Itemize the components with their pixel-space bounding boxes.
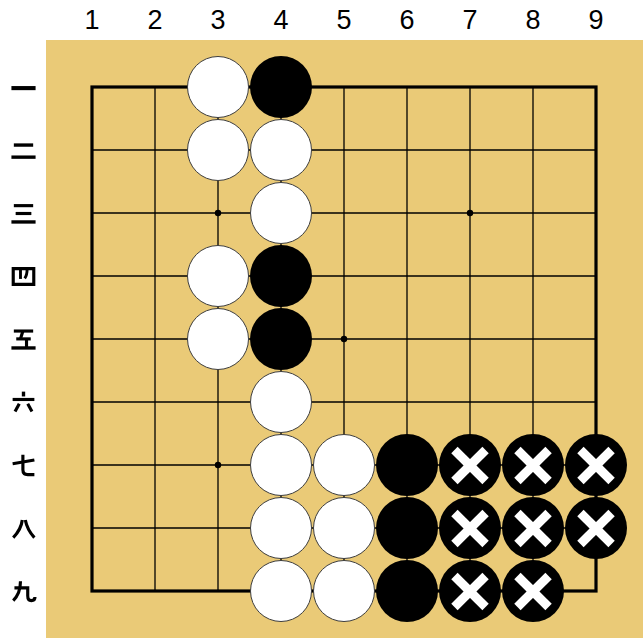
intersection-8-6[interactable] (502, 371, 565, 434)
intersection-9-3[interactable] (565, 182, 628, 245)
row-label-6 (9, 388, 38, 417)
intersection-8-1[interactable] (502, 56, 565, 119)
intersection-4-1[interactable] (250, 56, 313, 119)
column-label-8: 8 (513, 3, 553, 37)
intersection-6-7[interactable] (376, 434, 439, 497)
intersection-2-3[interactable] (124, 182, 187, 245)
marked-black-stone (502, 434, 564, 496)
column-label-1: 1 (72, 3, 112, 37)
intersection-5-4[interactable] (313, 245, 376, 308)
white-stone (250, 560, 312, 622)
intersection-2-7[interactable] (124, 434, 187, 497)
intersection-5-3[interactable] (313, 182, 376, 245)
intersection-9-7[interactable] (565, 434, 628, 497)
marked-black-stone (439, 560, 501, 622)
intersection-4-7[interactable] (250, 434, 313, 497)
intersection-7-7[interactable] (439, 434, 502, 497)
intersection-8-8[interactable] (502, 497, 565, 560)
intersection-1-8[interactable] (61, 497, 124, 560)
column-label-3: 3 (198, 3, 238, 37)
intersection-1-7[interactable] (61, 434, 124, 497)
intersection-3-8[interactable] (187, 497, 250, 560)
row-label-4 (9, 262, 38, 291)
marked-black-stone (565, 434, 627, 496)
intersection-6-4[interactable] (376, 245, 439, 308)
intersection-7-6[interactable] (439, 371, 502, 434)
white-stone (187, 119, 249, 181)
white-stone (250, 434, 312, 496)
intersection-1-3[interactable] (61, 182, 124, 245)
black-stone (250, 56, 312, 118)
intersection-1-1[interactable] (61, 56, 124, 119)
intersection-6-9[interactable] (376, 560, 439, 623)
intersection-2-8[interactable] (124, 497, 187, 560)
intersection-4-6[interactable] (250, 371, 313, 434)
intersection-9-5[interactable] (565, 308, 628, 371)
intersection-2-6[interactable] (124, 371, 187, 434)
x-mark-icon (439, 560, 501, 622)
intersection-4-3[interactable] (250, 182, 313, 245)
intersection-6-1[interactable] (376, 56, 439, 119)
column-label-4: 4 (261, 3, 301, 37)
white-stone (250, 182, 312, 244)
black-stone (376, 434, 438, 496)
intersection-5-1[interactable] (313, 56, 376, 119)
x-mark-icon (502, 434, 564, 496)
intersection-3-1[interactable] (187, 56, 250, 119)
intersection-8-9[interactable] (502, 560, 565, 623)
intersection-3-2[interactable] (187, 119, 250, 182)
intersection-9-1[interactable] (565, 56, 628, 119)
intersection-5-7[interactable] (313, 434, 376, 497)
row-label-7 (9, 451, 38, 480)
x-mark-icon (439, 497, 501, 559)
intersection-1-6[interactable] (61, 371, 124, 434)
row-label-1 (9, 73, 38, 102)
intersection-5-6[interactable] (313, 371, 376, 434)
intersection-3-5[interactable] (187, 308, 250, 371)
black-stone (250, 245, 312, 307)
intersection-5-2[interactable] (313, 119, 376, 182)
intersection-2-5[interactable] (124, 308, 187, 371)
intersection-7-1[interactable] (439, 56, 502, 119)
black-stone (250, 308, 312, 370)
column-label-5: 5 (324, 3, 364, 37)
intersection-2-4[interactable] (124, 245, 187, 308)
intersection-1-4[interactable] (61, 245, 124, 308)
intersection-1-9[interactable] (61, 560, 124, 623)
intersection-8-4[interactable] (502, 245, 565, 308)
white-stone (250, 497, 312, 559)
marked-black-stone (565, 497, 627, 559)
white-stone (187, 308, 249, 370)
marked-black-stone (502, 560, 564, 622)
intersection-4-8[interactable] (250, 497, 313, 560)
black-stone (376, 560, 438, 622)
column-label-6: 6 (387, 3, 427, 37)
row-label-3 (9, 199, 38, 228)
row-label-5 (9, 325, 38, 354)
intersection-7-8[interactable] (439, 497, 502, 560)
intersection-6-6[interactable] (376, 371, 439, 434)
intersection-3-4[interactable] (187, 245, 250, 308)
x-mark-icon (565, 497, 627, 559)
marked-black-stone (439, 434, 501, 496)
intersection-9-4[interactable] (565, 245, 628, 308)
intersection-4-2[interactable] (250, 119, 313, 182)
white-stone (250, 119, 312, 181)
intersection-6-3[interactable] (376, 182, 439, 245)
marked-black-stone (439, 497, 501, 559)
row-label-9 (9, 577, 38, 606)
intersection-2-1[interactable] (124, 56, 187, 119)
x-mark-icon (439, 434, 501, 496)
black-stone (376, 497, 438, 559)
white-stone (313, 434, 375, 496)
white-stone (187, 245, 249, 307)
x-mark-icon (502, 560, 564, 622)
intersection-4-9[interactable] (250, 560, 313, 623)
white-stone (187, 56, 249, 118)
white-stone (250, 371, 312, 433)
intersection-4-4[interactable] (250, 245, 313, 308)
intersection-7-2[interactable] (439, 119, 502, 182)
intersection-5-5[interactable] (313, 308, 376, 371)
intersection-7-3[interactable] (439, 182, 502, 245)
x-mark-icon (502, 497, 564, 559)
intersection-9-2[interactable] (565, 119, 628, 182)
intersection-3-9[interactable] (187, 560, 250, 623)
intersection-3-7[interactable] (187, 434, 250, 497)
intersection-2-9[interactable] (124, 560, 187, 623)
intersection-6-8[interactable] (376, 497, 439, 560)
marked-black-stone (502, 497, 564, 559)
column-label-2: 2 (135, 3, 175, 37)
intersection-1-5[interactable] (61, 308, 124, 371)
intersection-3-3[interactable] (187, 182, 250, 245)
intersection-7-4[interactable] (439, 245, 502, 308)
intersection-4-5[interactable] (250, 308, 313, 371)
column-label-7: 7 (450, 3, 490, 37)
intersection-7-9[interactable] (439, 560, 502, 623)
row-label-8 (9, 514, 38, 543)
intersection-1-2[interactable] (61, 119, 124, 182)
intersection-5-8[interactable] (313, 497, 376, 560)
white-stone (313, 497, 375, 559)
intersection-9-9[interactable] (565, 560, 628, 623)
intersection-8-7[interactable] (502, 434, 565, 497)
intersection-8-2[interactable] (502, 119, 565, 182)
board-intersections (61, 56, 628, 623)
intersection-2-2[interactable] (124, 119, 187, 182)
column-label-9: 9 (576, 3, 616, 37)
intersection-9-6[interactable] (565, 371, 628, 434)
go-diagram: 123456789 (0, 0, 643, 638)
intersection-5-9[interactable] (313, 560, 376, 623)
intersection-8-3[interactable] (502, 182, 565, 245)
intersection-3-6[interactable] (187, 371, 250, 434)
x-mark-icon (565, 434, 627, 496)
intersection-7-5[interactable] (439, 308, 502, 371)
row-label-2 (9, 136, 38, 165)
intersection-8-5[interactable] (502, 308, 565, 371)
intersection-9-8[interactable] (565, 497, 628, 560)
white-stone (313, 560, 375, 622)
intersection-6-5[interactable] (376, 308, 439, 371)
intersection-6-2[interactable] (376, 119, 439, 182)
